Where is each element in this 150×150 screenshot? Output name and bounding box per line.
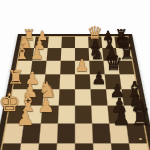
square-a2[interactable] (18, 143, 39, 150)
white-pawn-f2[interactable]: ♟ (30, 47, 44, 62)
white-pawn-e5[interactable]: ♟ (75, 58, 90, 74)
square-a5[interactable] (75, 143, 94, 150)
square-c5[interactable] (75, 106, 92, 124)
square-b6[interactable] (92, 124, 111, 144)
square-h3[interactable] (48, 37, 62, 49)
square-c6[interactable] (91, 106, 109, 124)
square-h4[interactable] (61, 37, 75, 49)
square-b3[interactable] (39, 124, 58, 144)
black-queen-e7[interactable]: ♛ (104, 53, 123, 74)
square-g4[interactable] (61, 48, 75, 61)
square-d4[interactable] (59, 89, 75, 105)
white-bishop-f1[interactable]: ♝ (14, 44, 30, 62)
rim-reflection-dot (139, 138, 142, 140)
square-a3[interactable] (37, 143, 57, 150)
square-a1[interactable] (0, 143, 21, 150)
chess-photo-scene: ♜♟♛♟♜♞♟♟♝♚♝♟♞♟♜♟♛♜♟♟♟♞♟♝♚♝♟♟♞♟♟♜ (0, 0, 150, 150)
black-pawn-a7[interactable]: ♟ (112, 108, 130, 128)
square-a8[interactable] (129, 143, 150, 150)
square-c4[interactable] (58, 106, 75, 124)
square-a4[interactable] (56, 143, 75, 150)
black-pawn-d6[interactable]: ♟ (91, 70, 106, 87)
square-b4[interactable] (57, 124, 75, 144)
white-pawn-b3[interactable]: ♟ (37, 96, 54, 116)
square-e4[interactable] (59, 74, 75, 89)
black-rook-a8[interactable]: ♜ (130, 106, 150, 129)
square-d5[interactable] (75, 89, 91, 105)
black-knight-f6[interactable]: ♞ (89, 44, 105, 62)
square-g3[interactable] (47, 48, 62, 61)
square-d6[interactable] (91, 89, 108, 105)
square-e5[interactable] (75, 74, 91, 89)
square-f4[interactable] (60, 61, 75, 75)
square-f3[interactable] (45, 61, 60, 75)
white-pawn-a2[interactable]: ♟ (16, 108, 34, 128)
square-b5[interactable] (75, 124, 93, 144)
square-a6[interactable] (93, 143, 113, 150)
